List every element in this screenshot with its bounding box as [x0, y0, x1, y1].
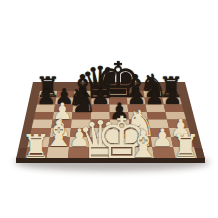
- white-rook-a1: ♜: [21, 130, 51, 163]
- white-rook-h1: ♜: [171, 130, 201, 163]
- chessboard: ♜♝♛♚♝♞♜♟♟♟♟♟♟♟♞♟♟♟♞♟♝♟♟♟♟♟♜♛♚♝♜: [0, 0, 218, 218]
- white-bishop-f1: ♝: [127, 126, 160, 163]
- board-photo: ♜♝♛♚♝♞♜♟♟♟♟♟♟♟♞♟♟♟♞♟♝♟♟♟♟♟♜♛♚♝♜: [0, 0, 218, 218]
- black-pawn-h7: ♟: [163, 86, 182, 108]
